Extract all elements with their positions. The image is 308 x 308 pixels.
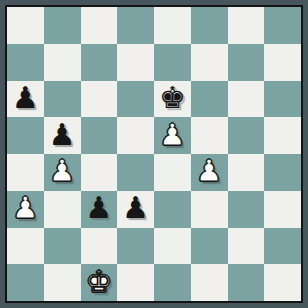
square-a3[interactable]: ♟ xyxy=(7,191,44,228)
square-f2[interactable] xyxy=(191,228,228,265)
square-c6[interactable] xyxy=(81,81,118,118)
white-pawn-a3: ♟ xyxy=(12,193,39,223)
square-f8[interactable] xyxy=(191,7,228,44)
square-h4[interactable] xyxy=(264,154,301,191)
square-h8[interactable] xyxy=(264,7,301,44)
square-b4[interactable]: ♟ xyxy=(44,154,81,191)
square-h7[interactable] xyxy=(264,44,301,81)
square-h3[interactable] xyxy=(264,191,301,228)
square-f1[interactable] xyxy=(191,264,228,301)
square-b8[interactable] xyxy=(44,7,81,44)
square-g3[interactable] xyxy=(228,191,265,228)
square-a8[interactable] xyxy=(7,7,44,44)
square-g1[interactable] xyxy=(228,264,265,301)
square-d7[interactable] xyxy=(117,44,154,81)
square-d5[interactable] xyxy=(117,117,154,154)
square-b1[interactable] xyxy=(44,264,81,301)
black-pawn-d3: ♟ xyxy=(122,193,149,223)
white-pawn-f4: ♟ xyxy=(196,156,223,186)
square-e2[interactable] xyxy=(154,228,191,265)
square-c8[interactable] xyxy=(81,7,118,44)
square-b6[interactable] xyxy=(44,81,81,118)
black-pawn-c3: ♟ xyxy=(85,193,112,223)
square-g6[interactable] xyxy=(228,81,265,118)
square-g5[interactable] xyxy=(228,117,265,154)
square-f4[interactable]: ♟ xyxy=(191,154,228,191)
square-g4[interactable] xyxy=(228,154,265,191)
chess-board: ♟♚♟♟♟♟♟♟♟♚ xyxy=(5,5,303,303)
square-g8[interactable] xyxy=(228,7,265,44)
square-f7[interactable] xyxy=(191,44,228,81)
square-a2[interactable] xyxy=(7,228,44,265)
square-h2[interactable] xyxy=(264,228,301,265)
square-g7[interactable] xyxy=(228,44,265,81)
square-e1[interactable] xyxy=(154,264,191,301)
square-d3[interactable]: ♟ xyxy=(117,191,154,228)
square-b5[interactable]: ♟ xyxy=(44,117,81,154)
square-c4[interactable] xyxy=(81,154,118,191)
black-pawn-a6: ♟ xyxy=(12,83,39,113)
square-a5[interactable] xyxy=(7,117,44,154)
square-d8[interactable] xyxy=(117,7,154,44)
square-c3[interactable]: ♟ xyxy=(81,191,118,228)
square-d1[interactable] xyxy=(117,264,154,301)
white-pawn-e5: ♟ xyxy=(159,120,186,150)
square-e4[interactable] xyxy=(154,154,191,191)
square-e3[interactable] xyxy=(154,191,191,228)
square-c2[interactable] xyxy=(81,228,118,265)
square-a4[interactable] xyxy=(7,154,44,191)
square-b2[interactable] xyxy=(44,228,81,265)
square-a1[interactable] xyxy=(7,264,44,301)
square-e5[interactable]: ♟ xyxy=(154,117,191,154)
square-f5[interactable] xyxy=(191,117,228,154)
square-d6[interactable] xyxy=(117,81,154,118)
square-d2[interactable] xyxy=(117,228,154,265)
square-b3[interactable] xyxy=(44,191,81,228)
black-pawn-b5: ♟ xyxy=(49,120,76,150)
square-g2[interactable] xyxy=(228,228,265,265)
chess-board-frame: ♟♚♟♟♟♟♟♟♟♚ xyxy=(0,0,308,308)
square-e6[interactable]: ♚ xyxy=(154,81,191,118)
square-a6[interactable]: ♟ xyxy=(7,81,44,118)
square-c7[interactable] xyxy=(81,44,118,81)
square-a7[interactable] xyxy=(7,44,44,81)
square-c5[interactable] xyxy=(81,117,118,154)
white-king-c1: ♚ xyxy=(85,267,112,297)
square-f3[interactable] xyxy=(191,191,228,228)
white-pawn-b4: ♟ xyxy=(49,156,76,186)
black-king-e6: ♚ xyxy=(159,83,186,113)
square-f6[interactable] xyxy=(191,81,228,118)
square-c1[interactable]: ♚ xyxy=(81,264,118,301)
square-b7[interactable] xyxy=(44,44,81,81)
square-e7[interactable] xyxy=(154,44,191,81)
square-h6[interactable] xyxy=(264,81,301,118)
square-h5[interactable] xyxy=(264,117,301,154)
square-e8[interactable] xyxy=(154,7,191,44)
square-d4[interactable] xyxy=(117,154,154,191)
square-h1[interactable] xyxy=(264,264,301,301)
